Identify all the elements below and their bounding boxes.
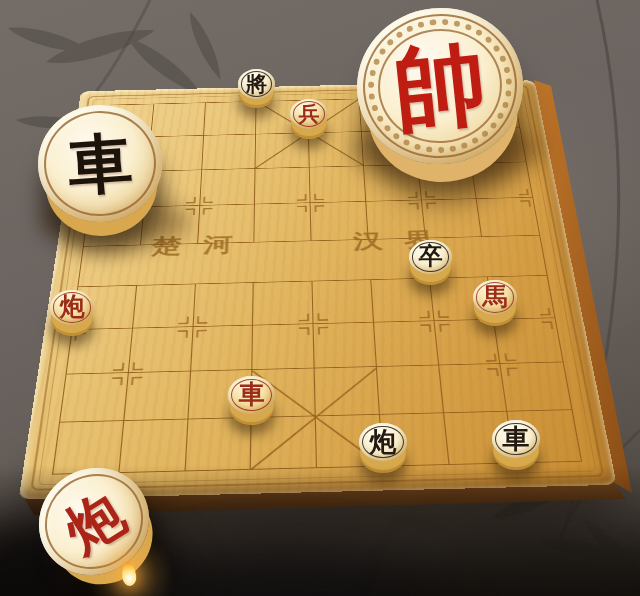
piece-glyph: 炮 <box>60 294 85 321</box>
piece-red-chariot[interactable]: 車 <box>228 376 275 414</box>
piece-glyph: 卒 <box>419 244 443 270</box>
piece-red-cannon[interactable]: 炮 <box>50 290 94 325</box>
piece-black-cannon[interactable]: 炮 <box>359 423 407 461</box>
xiangqi-scene: 楚河 汉界 將兵卒炮馬車炮車 帥車炮 <box>0 0 640 596</box>
piece-black-soldier[interactable]: 卒 <box>409 240 452 274</box>
piece-red-horse[interactable]: 馬 <box>473 280 517 315</box>
piece-glyph: 將 <box>246 73 267 96</box>
piece-glyph: 車 <box>239 381 265 409</box>
piece-glyph: 車 <box>66 129 134 197</box>
piece-black-general[interactable]: 將 <box>238 69 275 99</box>
piece-glyph: 兵 <box>299 103 320 126</box>
piece-red-soldier[interactable]: 兵 <box>290 99 328 129</box>
piece-glyph: 馬 <box>483 284 508 311</box>
piece-glyph: 車 <box>503 425 530 454</box>
piece-glyph: 炮 <box>370 428 397 457</box>
piece-glyph: 帥 <box>389 35 490 136</box>
piece-black-chariot[interactable]: 車 <box>492 420 540 458</box>
